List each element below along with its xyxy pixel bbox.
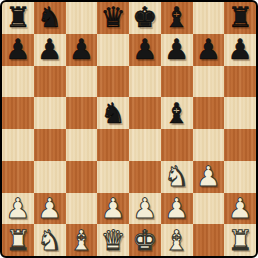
square-e6[interactable] — [129, 66, 161, 98]
piece-black-pawn-c7[interactable]: ♟ — [66, 34, 97, 65]
piece-white-pawn-a2[interactable]: ♟ — [2, 193, 33, 224]
piece-white-pawn-g3[interactable]: ♟ — [193, 161, 224, 192]
square-d3[interactable] — [97, 161, 129, 193]
square-a3[interactable] — [2, 161, 34, 193]
square-c2[interactable] — [66, 193, 98, 225]
square-d7[interactable] — [97, 34, 129, 66]
square-b4[interactable] — [34, 129, 66, 161]
square-a6[interactable] — [2, 66, 34, 98]
piece-black-rook-a8[interactable]: ♜ — [2, 2, 33, 33]
square-g6[interactable] — [193, 66, 225, 98]
square-a2[interactable]: ♟ — [2, 193, 34, 225]
piece-white-pawn-f2[interactable]: ♟ — [161, 193, 192, 224]
square-c4[interactable] — [66, 129, 98, 161]
square-c7[interactable]: ♟ — [66, 34, 98, 66]
square-a5[interactable] — [2, 97, 34, 129]
square-c8[interactable] — [66, 2, 98, 34]
square-e2[interactable]: ♟ — [129, 193, 161, 225]
piece-black-knight-d5[interactable]: ♞ — [98, 98, 129, 129]
piece-white-pawn-h2[interactable]: ♟ — [225, 193, 256, 224]
square-g7[interactable]: ♟ — [193, 34, 225, 66]
square-g8[interactable] — [193, 2, 225, 34]
square-b1[interactable]: ♞ — [34, 224, 66, 256]
square-b7[interactable]: ♟ — [34, 34, 66, 66]
square-d1[interactable]: ♛ — [97, 224, 129, 256]
piece-black-bishop-f8[interactable]: ♝ — [161, 2, 192, 33]
square-h5[interactable] — [224, 97, 256, 129]
square-c1[interactable]: ♝ — [66, 224, 98, 256]
square-d2[interactable]: ♟ — [97, 193, 129, 225]
piece-black-pawn-b7[interactable]: ♟ — [34, 34, 65, 65]
square-b8[interactable]: ♞ — [34, 2, 66, 34]
square-f4[interactable] — [161, 129, 193, 161]
square-a8[interactable]: ♜ — [2, 2, 34, 34]
piece-white-king-e1[interactable]: ♚ — [129, 225, 160, 256]
square-g4[interactable] — [193, 129, 225, 161]
square-c3[interactable] — [66, 161, 98, 193]
square-c6[interactable] — [66, 66, 98, 98]
square-f5[interactable]: ♝ — [161, 97, 193, 129]
square-e4[interactable] — [129, 129, 161, 161]
square-e3[interactable] — [129, 161, 161, 193]
square-a1[interactable]: ♜ — [2, 224, 34, 256]
square-h6[interactable] — [224, 66, 256, 98]
square-f1[interactable]: ♝ — [161, 224, 193, 256]
square-f3[interactable]: ♞ — [161, 161, 193, 193]
square-d5[interactable]: ♞ — [97, 97, 129, 129]
square-h1[interactable]: ♜ — [224, 224, 256, 256]
square-e5[interactable] — [129, 97, 161, 129]
piece-black-pawn-h7[interactable]: ♟ — [225, 34, 256, 65]
square-f6[interactable] — [161, 66, 193, 98]
piece-white-queen-d1[interactable]: ♛ — [98, 225, 129, 256]
square-g5[interactable] — [193, 97, 225, 129]
piece-white-rook-a1[interactable]: ♜ — [2, 225, 33, 256]
square-d4[interactable] — [97, 129, 129, 161]
square-g3[interactable]: ♟ — [193, 161, 225, 193]
piece-black-pawn-a7[interactable]: ♟ — [2, 34, 33, 65]
square-b2[interactable]: ♟ — [34, 193, 66, 225]
piece-white-bishop-c1[interactable]: ♝ — [66, 225, 97, 256]
piece-white-pawn-e2[interactable]: ♟ — [129, 193, 160, 224]
square-b3[interactable] — [34, 161, 66, 193]
piece-black-pawn-f7[interactable]: ♟ — [161, 34, 192, 65]
square-f7[interactable]: ♟ — [161, 34, 193, 66]
square-g2[interactable] — [193, 193, 225, 225]
square-a7[interactable]: ♟ — [2, 34, 34, 66]
piece-white-bishop-f1[interactable]: ♝ — [161, 225, 192, 256]
square-g1[interactable] — [193, 224, 225, 256]
piece-white-knight-f3[interactable]: ♞ — [161, 161, 192, 192]
square-e1[interactable]: ♚ — [129, 224, 161, 256]
square-e8[interactable]: ♚ — [129, 2, 161, 34]
square-e7[interactable]: ♟ — [129, 34, 161, 66]
square-c5[interactable] — [66, 97, 98, 129]
square-h7[interactable]: ♟ — [224, 34, 256, 66]
piece-black-knight-b8[interactable]: ♞ — [34, 2, 65, 33]
piece-black-rook-h8[interactable]: ♜ — [225, 2, 256, 33]
square-h4[interactable] — [224, 129, 256, 161]
square-a4[interactable] — [2, 129, 34, 161]
square-b5[interactable] — [34, 97, 66, 129]
chess-board: ♜♞♛♚♝♜♟♟♟♟♟♟♟♞♝♞♟♟♟♟♟♟♟♜♞♝♛♚♝♜ — [0, 0, 258, 258]
piece-black-bishop-f5[interactable]: ♝ — [161, 98, 192, 129]
piece-black-pawn-g7[interactable]: ♟ — [193, 34, 224, 65]
piece-black-queen-d8[interactable]: ♛ — [98, 2, 129, 33]
square-h3[interactable] — [224, 161, 256, 193]
square-h2[interactable]: ♟ — [224, 193, 256, 225]
square-f2[interactable]: ♟ — [161, 193, 193, 225]
square-d6[interactable] — [97, 66, 129, 98]
piece-white-pawn-d2[interactable]: ♟ — [98, 193, 129, 224]
piece-white-rook-h1[interactable]: ♜ — [225, 225, 256, 256]
square-d8[interactable]: ♛ — [97, 2, 129, 34]
square-b6[interactable] — [34, 66, 66, 98]
piece-black-king-e8[interactable]: ♚ — [129, 2, 160, 33]
piece-black-pawn-e7[interactable]: ♟ — [129, 34, 160, 65]
square-f8[interactable]: ♝ — [161, 2, 193, 34]
piece-white-knight-b1[interactable]: ♞ — [34, 225, 65, 256]
piece-white-pawn-b2[interactable]: ♟ — [34, 193, 65, 224]
square-h8[interactable]: ♜ — [224, 2, 256, 34]
